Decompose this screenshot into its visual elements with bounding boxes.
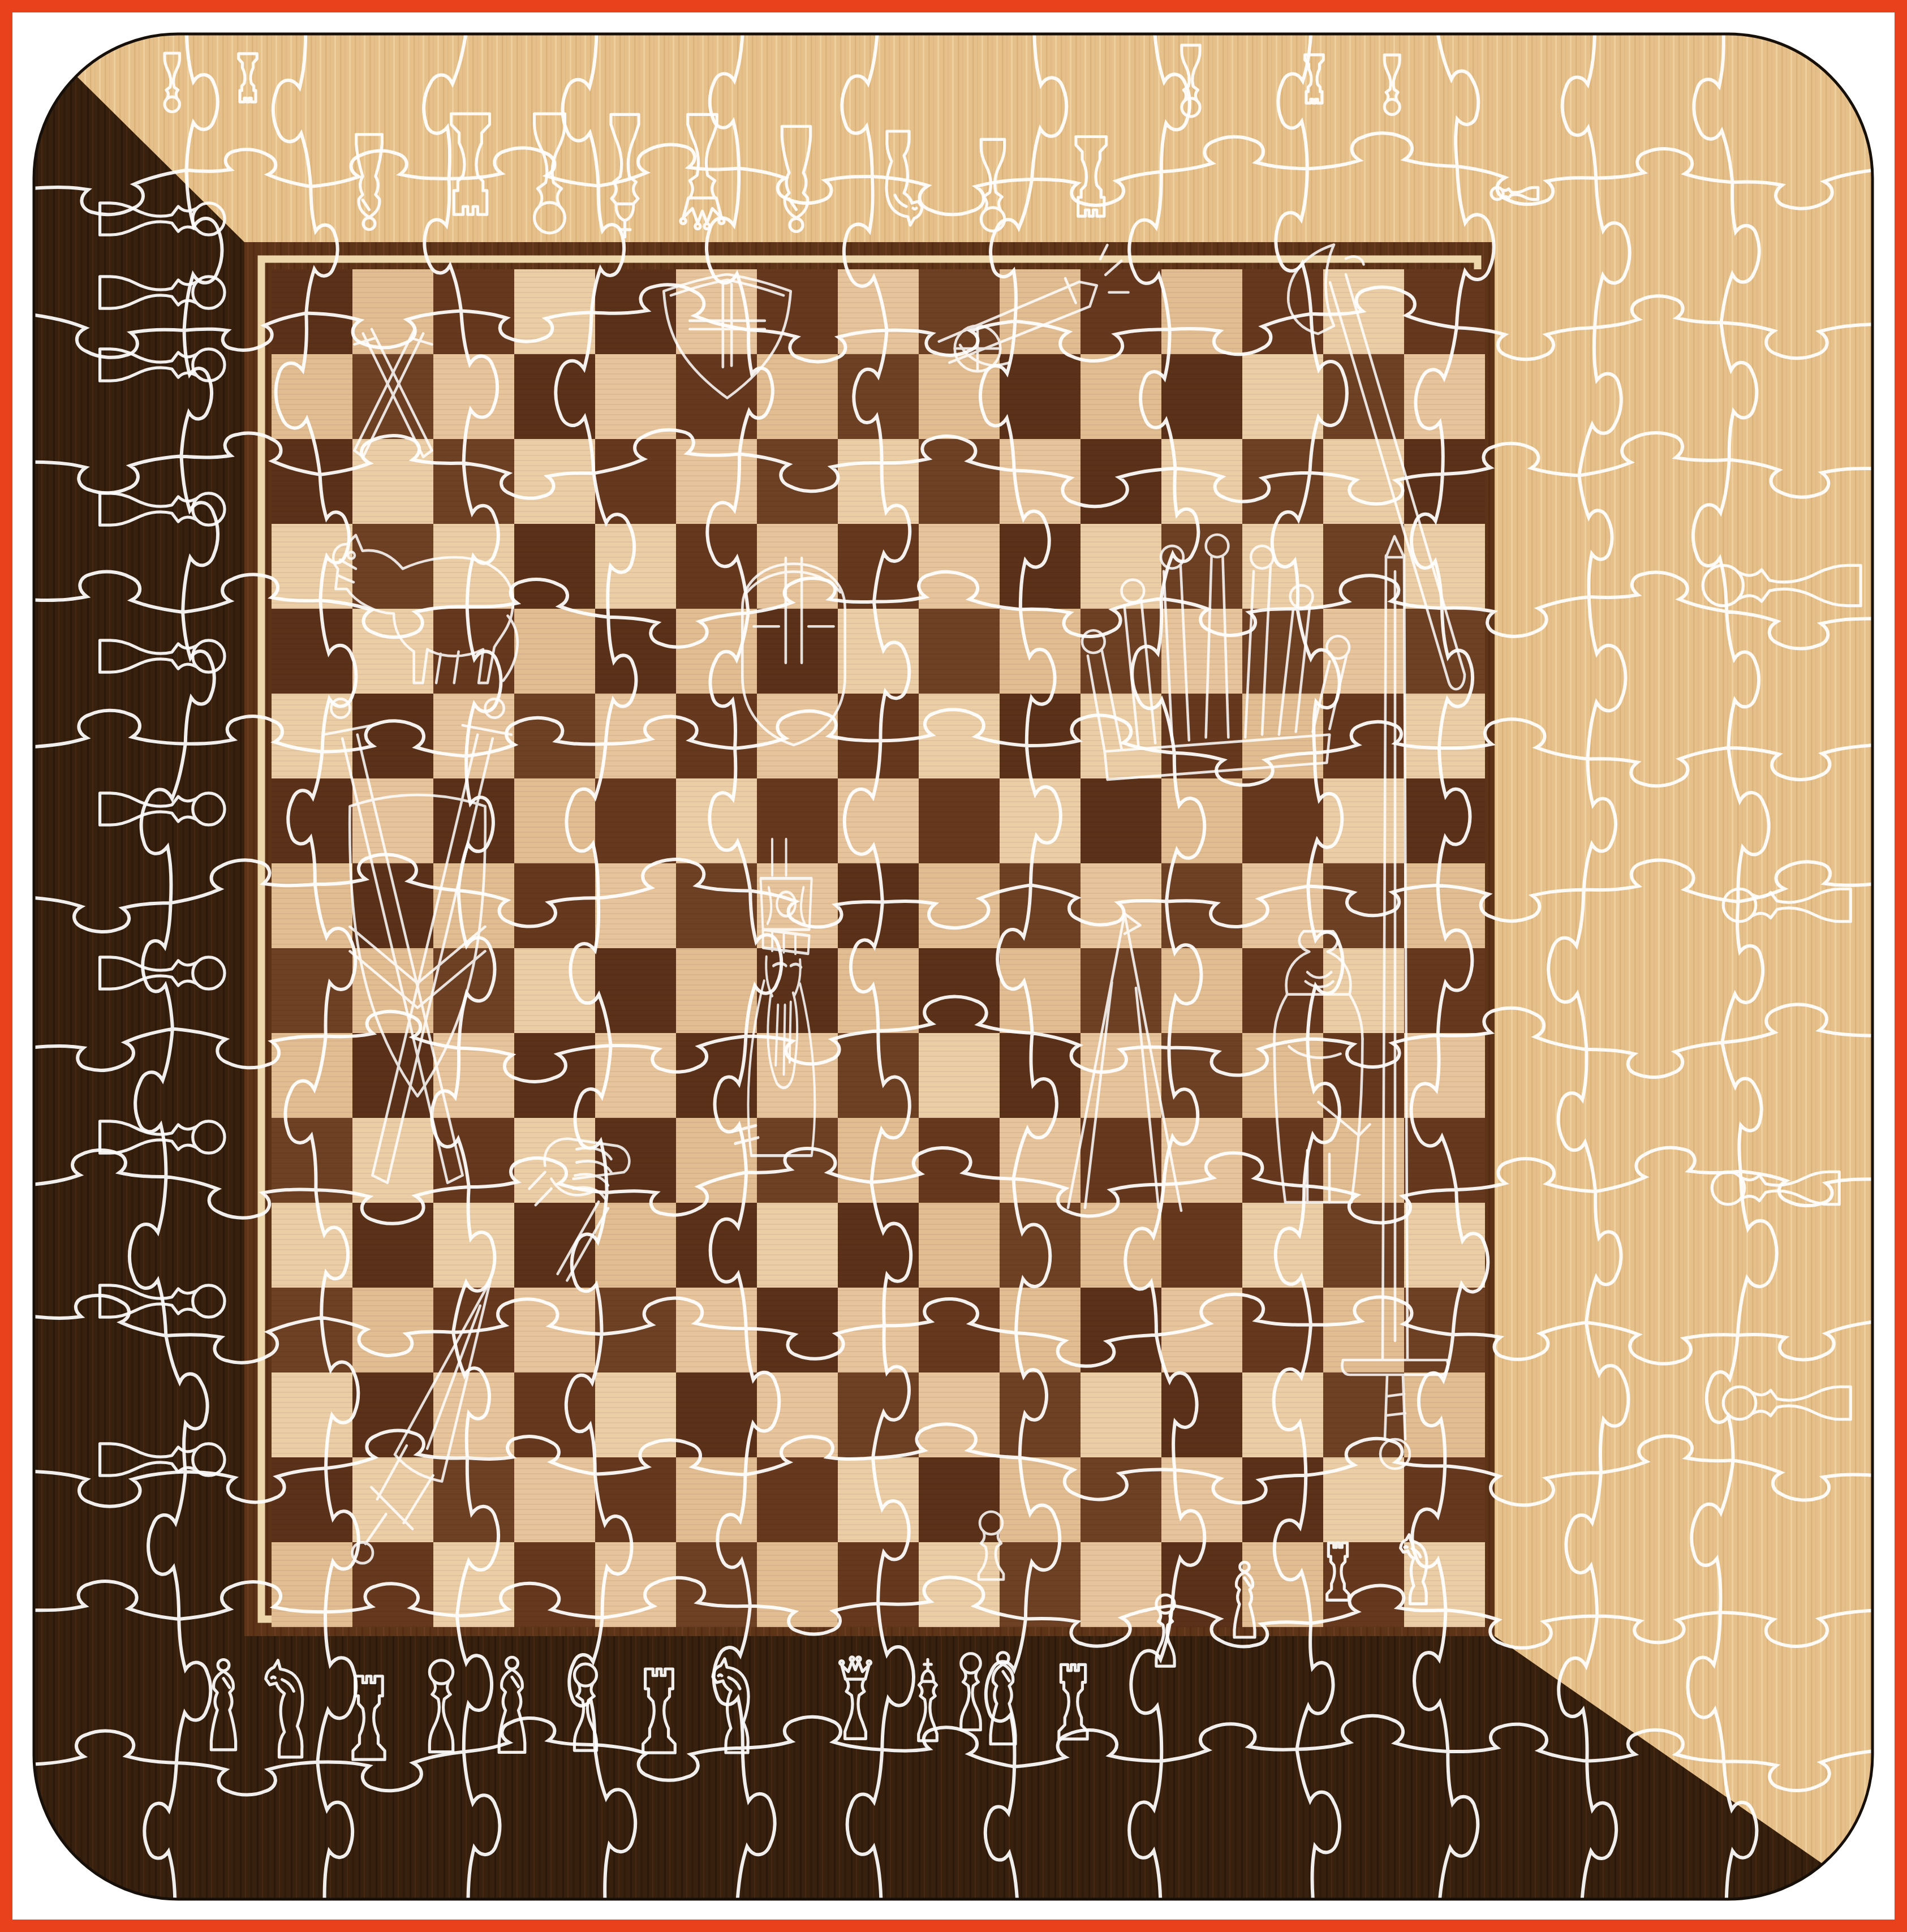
puzzle-photo: [0, 0, 1907, 1932]
scene-svg: [0, 0, 1907, 1932]
puzzle-body: [34, 34, 1874, 1899]
